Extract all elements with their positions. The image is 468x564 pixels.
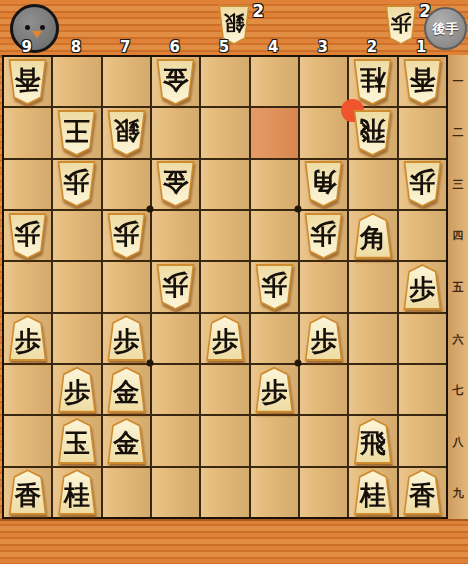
piece-kanji: 飛 bbox=[352, 424, 393, 464]
piece-kanji: 歩 bbox=[384, 5, 418, 40]
square-1-5[interactable]: 歩 bbox=[399, 262, 446, 311]
gote-rook-piece[interactable]: 飛 bbox=[349, 108, 396, 157]
piece-body: 桂 bbox=[352, 469, 393, 515]
sente-pawn-piece[interactable]: 歩 bbox=[399, 262, 446, 311]
piece-body: 歩 bbox=[402, 264, 443, 310]
square-7-9[interactable] bbox=[103, 468, 150, 517]
file-label-3: 3 bbox=[308, 38, 338, 56]
rank-label-3: 三 bbox=[448, 177, 468, 192]
piece-body: 金 bbox=[106, 367, 147, 413]
square-2-3[interactable] bbox=[349, 160, 396, 209]
square-9-8[interactable] bbox=[4, 416, 51, 465]
rank-labels: 一二三四五六七八九 bbox=[448, 55, 468, 519]
avatar-eye-icon bbox=[40, 25, 45, 30]
sente-lance-piece[interactable]: 香 bbox=[399, 468, 446, 517]
square-2-1[interactable]: 桂 bbox=[349, 57, 396, 106]
square-3-4[interactable]: 歩 bbox=[300, 211, 347, 260]
piece-kanji: 歩 bbox=[7, 321, 48, 361]
square-7-8[interactable]: 金 bbox=[103, 416, 150, 465]
square-1-3[interactable]: 歩 bbox=[399, 160, 446, 209]
piece-kanji: 王 bbox=[56, 110, 97, 150]
square-5-8[interactable] bbox=[201, 416, 248, 465]
board-grid: 香金桂香王銀飛歩金角歩歩歩歩角歩歩歩歩歩歩歩歩金歩玉金飛香桂桂香 bbox=[2, 55, 448, 519]
rank-label-9: 九 bbox=[448, 486, 468, 501]
square-1-1[interactable]: 香 bbox=[399, 57, 446, 106]
piece-body: 歩 bbox=[106, 213, 147, 259]
piece-kanji: 歩 bbox=[56, 373, 97, 413]
square-4-1[interactable] bbox=[251, 57, 298, 106]
rank-label-4: 四 bbox=[448, 228, 468, 243]
file-label-8: 8 bbox=[61, 38, 91, 56]
piece-kanji: 角 bbox=[352, 219, 393, 259]
piece-kanji: 歩 bbox=[155, 264, 196, 304]
square-7-6[interactable]: 歩 bbox=[103, 314, 150, 363]
avatar-beak-icon bbox=[32, 31, 42, 38]
square-7-1[interactable] bbox=[103, 57, 150, 106]
piece-body: 歩 bbox=[155, 264, 196, 310]
piece-kanji: 香 bbox=[402, 475, 443, 515]
piece-body: 角 bbox=[303, 161, 344, 207]
gote-pawn-piece[interactable]: 歩 bbox=[251, 262, 298, 311]
square-3-9[interactable] bbox=[300, 468, 347, 517]
piece-kanji: 歩 bbox=[106, 321, 147, 361]
square-1-7[interactable] bbox=[399, 365, 446, 414]
square-3-3[interactable]: 角 bbox=[300, 160, 347, 209]
square-2-2[interactable]: 飛 bbox=[349, 108, 396, 157]
piece-kanji: 香 bbox=[7, 59, 48, 99]
square-5-9[interactable] bbox=[201, 468, 248, 517]
piece-body: 香 bbox=[402, 469, 443, 515]
piece-kanji: 歩 bbox=[402, 270, 443, 310]
piece-body: 金 bbox=[106, 418, 147, 464]
star-point bbox=[147, 360, 154, 367]
star-point bbox=[295, 360, 302, 367]
square-4-2[interactable] bbox=[251, 108, 298, 157]
sente-rook-piece[interactable]: 飛 bbox=[349, 416, 396, 465]
piece-kanji: 香 bbox=[7, 475, 48, 515]
gote-knight-piece[interactable]: 桂 bbox=[349, 57, 396, 106]
square-8-6[interactable] bbox=[53, 314, 100, 363]
square-4-9[interactable] bbox=[251, 468, 298, 517]
file-label-4: 4 bbox=[258, 38, 288, 56]
board-wrap: 香金桂香王銀飛歩金角歩歩歩歩角歩歩歩歩歩歩歩歩金歩玉金飛香桂桂香 bbox=[2, 55, 448, 519]
piece-body: 歩 bbox=[303, 315, 344, 361]
square-6-6[interactable] bbox=[152, 314, 199, 363]
rank-label-5: 五 bbox=[448, 280, 468, 295]
piece-body: 歩 bbox=[56, 161, 97, 207]
sente-king-piece[interactable]: 玉 bbox=[53, 416, 100, 465]
piece-kanji: 歩 bbox=[56, 161, 97, 201]
piece-kanji: 桂 bbox=[352, 59, 393, 99]
sente-pawn-piece[interactable]: 歩 bbox=[4, 314, 51, 363]
piece-kanji: 歩 bbox=[254, 264, 295, 304]
square-6-7[interactable] bbox=[152, 365, 199, 414]
piece-body: 歩 bbox=[204, 315, 245, 361]
piece-kanji: 金 bbox=[106, 373, 147, 413]
square-8-1[interactable] bbox=[53, 57, 100, 106]
square-3-1[interactable] bbox=[300, 57, 347, 106]
file-label-9: 9 bbox=[12, 38, 42, 56]
piece-kanji: 歩 bbox=[7, 213, 48, 253]
gote-gold-piece[interactable]: 金 bbox=[152, 160, 199, 209]
piece-kanji: 金 bbox=[155, 59, 196, 99]
square-6-2[interactable] bbox=[152, 108, 199, 157]
gote-pawn-piece[interactable]: 歩 bbox=[53, 160, 100, 209]
piece-body: 王 bbox=[56, 110, 97, 156]
square-5-1[interactable] bbox=[201, 57, 248, 106]
sente-knight-piece[interactable]: 桂 bbox=[53, 468, 100, 517]
square-9-2[interactable] bbox=[4, 108, 51, 157]
file-label-6: 6 bbox=[160, 38, 190, 56]
piece-body: 飛 bbox=[352, 418, 393, 464]
sente-gold-piece[interactable]: 金 bbox=[103, 365, 150, 414]
square-6-9[interactable] bbox=[152, 468, 199, 517]
piece-kanji: 角 bbox=[303, 161, 344, 201]
sente-tray-bar: 銀桂歩2 先手 bbox=[0, 519, 468, 564]
square-3-6[interactable]: 歩 bbox=[300, 314, 347, 363]
square-3-2[interactable] bbox=[300, 108, 347, 157]
piece-kanji: 歩 bbox=[402, 161, 443, 201]
sente-pawn-piece[interactable]: 歩 bbox=[201, 314, 248, 363]
square-1-9[interactable]: 香 bbox=[399, 468, 446, 517]
piece-body: 角 bbox=[352, 213, 393, 259]
rank-label-6: 六 bbox=[448, 332, 468, 347]
rank-label-1: 一 bbox=[448, 74, 468, 89]
piece-body: 歩 bbox=[56, 367, 97, 413]
piece-body: 歩 bbox=[254, 264, 295, 310]
piece-body: 香 bbox=[402, 59, 443, 105]
square-4-7[interactable]: 歩 bbox=[251, 365, 298, 414]
piece-kanji: 金 bbox=[155, 161, 196, 201]
rank-label-8: 八 bbox=[448, 435, 468, 450]
square-8-4[interactable] bbox=[53, 211, 100, 260]
square-4-8[interactable] bbox=[251, 416, 298, 465]
piece-kanji: 銀 bbox=[217, 5, 251, 40]
piece-kanji: 金 bbox=[106, 424, 147, 464]
piece-kanji: 飛 bbox=[352, 110, 393, 150]
square-7-5[interactable] bbox=[103, 262, 150, 311]
square-7-7[interactable]: 金 bbox=[103, 365, 150, 414]
piece-body: 金 bbox=[155, 59, 196, 105]
piece-body: 歩 bbox=[254, 367, 295, 413]
square-6-4[interactable] bbox=[152, 211, 199, 260]
square-5-2[interactable] bbox=[201, 108, 248, 157]
piece-body: 飛 bbox=[352, 110, 393, 156]
rank-label-2: 二 bbox=[448, 125, 468, 140]
square-5-7[interactable] bbox=[201, 365, 248, 414]
square-8-3[interactable]: 歩 bbox=[53, 160, 100, 209]
piece-body: 歩 bbox=[106, 315, 147, 361]
star-point bbox=[147, 206, 154, 213]
square-4-3[interactable] bbox=[251, 160, 298, 209]
gote-king-piece[interactable]: 王 bbox=[53, 108, 100, 157]
rank-label-7: 七 bbox=[448, 383, 468, 398]
file-label-7: 7 bbox=[110, 38, 140, 56]
piece-body: 金 bbox=[155, 161, 196, 207]
sente-pawn-piece[interactable]: 歩 bbox=[251, 365, 298, 414]
sente-pawn-piece[interactable]: 歩 bbox=[300, 314, 347, 363]
square-8-2[interactable]: 王 bbox=[53, 108, 100, 157]
piece-body: 玉 bbox=[56, 418, 97, 464]
square-2-8[interactable]: 飛 bbox=[349, 416, 396, 465]
square-2-7[interactable] bbox=[349, 365, 396, 414]
piece-kanji: 銀 bbox=[106, 110, 147, 150]
piece-kanji: 香 bbox=[402, 59, 443, 99]
square-8-8[interactable]: 玉 bbox=[53, 416, 100, 465]
star-point bbox=[295, 206, 302, 213]
square-9-9[interactable]: 香 bbox=[4, 468, 51, 517]
gote-pawn-piece[interactable]: 歩 bbox=[300, 211, 347, 260]
square-2-9[interactable]: 桂 bbox=[349, 468, 396, 517]
square-9-1[interactable]: 香 bbox=[4, 57, 51, 106]
square-1-6[interactable] bbox=[399, 314, 446, 363]
gote-pawn-piece[interactable]: 歩 bbox=[152, 262, 199, 311]
square-2-4[interactable]: 角 bbox=[349, 211, 396, 260]
file-label-5: 5 bbox=[209, 38, 239, 56]
square-9-5[interactable] bbox=[4, 262, 51, 311]
avatar-eye-icon bbox=[25, 25, 30, 30]
square-2-5[interactable] bbox=[349, 262, 396, 311]
sente-pawn-piece[interactable]: 歩 bbox=[53, 365, 100, 414]
square-1-2[interactable] bbox=[399, 108, 446, 157]
piece-kanji: 歩 bbox=[303, 321, 344, 361]
file-label-2: 2 bbox=[357, 38, 387, 56]
piece-kanji: 歩 bbox=[204, 321, 245, 361]
square-3-5[interactable] bbox=[300, 262, 347, 311]
square-9-3[interactable] bbox=[4, 160, 51, 209]
gote-lance-piece[interactable]: 香 bbox=[4, 57, 51, 106]
square-6-8[interactable] bbox=[152, 416, 199, 465]
piece-kanji: 歩 bbox=[254, 373, 295, 413]
piece-kanji: 歩 bbox=[106, 213, 147, 253]
gote-bishop-piece[interactable]: 角 bbox=[300, 160, 347, 209]
hand-count: 2 bbox=[252, 1, 264, 21]
piece-body: 歩 bbox=[7, 213, 48, 259]
square-9-7[interactable] bbox=[4, 365, 51, 414]
sente-lance-piece[interactable]: 香 bbox=[4, 468, 51, 517]
square-4-5[interactable]: 歩 bbox=[251, 262, 298, 311]
square-1-8[interactable] bbox=[399, 416, 446, 465]
piece-kanji: 桂 bbox=[352, 475, 393, 515]
sente-gold-piece[interactable]: 金 bbox=[103, 416, 150, 465]
square-6-5[interactable]: 歩 bbox=[152, 262, 199, 311]
piece-body: 歩 bbox=[402, 161, 443, 207]
square-3-8[interactable] bbox=[300, 416, 347, 465]
piece-body: 歩 bbox=[7, 315, 48, 361]
square-8-9[interactable]: 桂 bbox=[53, 468, 100, 517]
gote-lance-piece[interactable]: 香 bbox=[399, 57, 446, 106]
square-7-2[interactable]: 銀 bbox=[103, 108, 150, 157]
square-6-1[interactable]: 金 bbox=[152, 57, 199, 106]
sente-pawn-piece[interactable]: 歩 bbox=[103, 314, 150, 363]
piece-body: 香 bbox=[7, 469, 48, 515]
piece-kanji: 玉 bbox=[56, 424, 97, 464]
square-8-5[interactable] bbox=[53, 262, 100, 311]
sente-bishop-piece[interactable]: 角 bbox=[349, 211, 396, 260]
square-9-6[interactable]: 歩 bbox=[4, 314, 51, 363]
gote-gold-piece[interactable]: 金 bbox=[152, 57, 199, 106]
piece-body: 桂 bbox=[56, 469, 97, 515]
shogi-app-window: 銀2歩2 後手 香金桂香王銀飛歩金角歩歩歩歩角歩歩歩歩歩歩歩歩金歩玉金飛香桂桂香… bbox=[0, 0, 468, 564]
square-5-6[interactable]: 歩 bbox=[201, 314, 248, 363]
piece-kanji: 歩 bbox=[303, 213, 344, 253]
gote-pawn-piece[interactable]: 歩 bbox=[4, 211, 51, 260]
piece-body: 歩 bbox=[303, 213, 344, 259]
square-5-5[interactable] bbox=[201, 262, 248, 311]
piece-body: 香 bbox=[7, 59, 48, 105]
piece-body: 銀 bbox=[106, 110, 147, 156]
square-3-7[interactable] bbox=[300, 365, 347, 414]
square-9-4[interactable]: 歩 bbox=[4, 211, 51, 260]
gote-pawn-piece[interactable]: 歩 bbox=[399, 160, 446, 209]
piece-kanji: 桂 bbox=[56, 475, 97, 515]
sente-knight-piece[interactable]: 桂 bbox=[349, 468, 396, 517]
square-6-3[interactable]: 金 bbox=[152, 160, 199, 209]
square-4-4[interactable] bbox=[251, 211, 298, 260]
square-1-4[interactable] bbox=[399, 211, 446, 260]
square-5-3[interactable] bbox=[201, 160, 248, 209]
square-4-6[interactable] bbox=[251, 314, 298, 363]
gote-badge: 後手 bbox=[424, 7, 467, 50]
square-2-6[interactable] bbox=[349, 314, 396, 363]
square-7-4[interactable]: 歩 bbox=[103, 211, 150, 260]
square-7-3[interactable] bbox=[103, 160, 150, 209]
gote-silver-piece[interactable]: 銀 bbox=[103, 108, 150, 157]
piece-body: 桂 bbox=[352, 59, 393, 105]
square-5-4[interactable] bbox=[201, 211, 248, 260]
gote-pawn-piece[interactable]: 歩 bbox=[103, 211, 150, 260]
square-8-7[interactable]: 歩 bbox=[53, 365, 100, 414]
